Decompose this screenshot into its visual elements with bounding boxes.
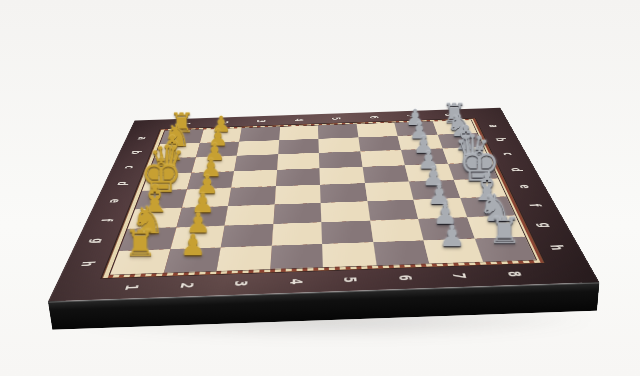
square-h1: ♜♜ [110, 249, 170, 275]
white-pawn: ♟ [180, 231, 206, 260]
square-h2: ♟♟ [163, 247, 220, 273]
file-label-left-d: d [115, 181, 130, 185]
board-grid: ♜♜♟♟♟♟♜♜♞♞♟♟♟♟♞♞♝♝♟♟♟♟♝♝♛♛♟♟♟♟♛♛♚♚♟♟♟♟♚♚… [110, 120, 536, 275]
rank-label-far-5: 5 [330, 117, 342, 120]
square-h6 [373, 240, 430, 265]
square-c3 [234, 154, 278, 171]
square-b3 [237, 140, 279, 156]
square-f3 [224, 204, 274, 225]
square-e5 [320, 183, 367, 203]
square-b4 [278, 139, 319, 155]
square-h7: ♟♟ [423, 238, 482, 263]
square-d6 [362, 165, 409, 183]
square-d3 [231, 170, 277, 188]
square-e6 [364, 182, 413, 201]
square-b5 [318, 137, 360, 153]
rank-label-far-8: 8 [443, 113, 456, 116]
rank-label-far-3: 3 [255, 120, 267, 123]
square-b6 [358, 136, 401, 152]
square-f4 [273, 203, 321, 224]
black-rook: ♜ [488, 213, 520, 249]
rank-label-far-4: 4 [293, 118, 305, 121]
square-c5 [319, 151, 362, 168]
square-f6 [367, 199, 418, 220]
square-h4 [270, 244, 323, 269]
file-label-right-c: c [501, 152, 516, 155]
rank-label-far-7: 7 [405, 114, 418, 117]
black-pawn: ♟ [439, 221, 465, 250]
file-label-left-a: a [136, 137, 149, 140]
square-d5 [319, 167, 364, 185]
rank-label-far-2: 2 [218, 121, 230, 124]
chess-board: ♜♜♟♟♟♟♜♜♞♞♟♟♟♟♞♞♝♝♟♟♟♟♝♝♛♛♟♟♟♟♛♛♚♚♟♟♟♟♚♚… [48, 108, 599, 302]
square-h8: ♜♜ [474, 237, 535, 262]
file-label-right-a: a [487, 124, 501, 127]
square-c6 [360, 150, 405, 167]
file-label-right-d: d [509, 168, 525, 172]
square-c4 [277, 153, 320, 170]
square-h3 [217, 245, 272, 270]
square-g5 [321, 221, 372, 244]
square-d4 [276, 168, 320, 186]
square-e3 [228, 186, 276, 206]
product-photo-scene: ♜♜♟♟♟♟♜♜♞♞♟♟♟♟♞♞♝♝♟♟♟♟♝♝♛♛♟♟♟♟♛♛♚♚♟♟♟♟♚♚… [0, 0, 640, 376]
white-rook: ♜ [125, 225, 157, 261]
rank-label-far-6: 6 [368, 116, 380, 119]
square-e4 [274, 185, 320, 205]
square-g3 [221, 224, 273, 247]
square-f5 [321, 201, 370, 222]
square-h5 [322, 242, 376, 267]
rank-label-far-1: 1 [180, 122, 193, 125]
square-g4 [271, 222, 322, 245]
square-g6 [370, 219, 424, 242]
